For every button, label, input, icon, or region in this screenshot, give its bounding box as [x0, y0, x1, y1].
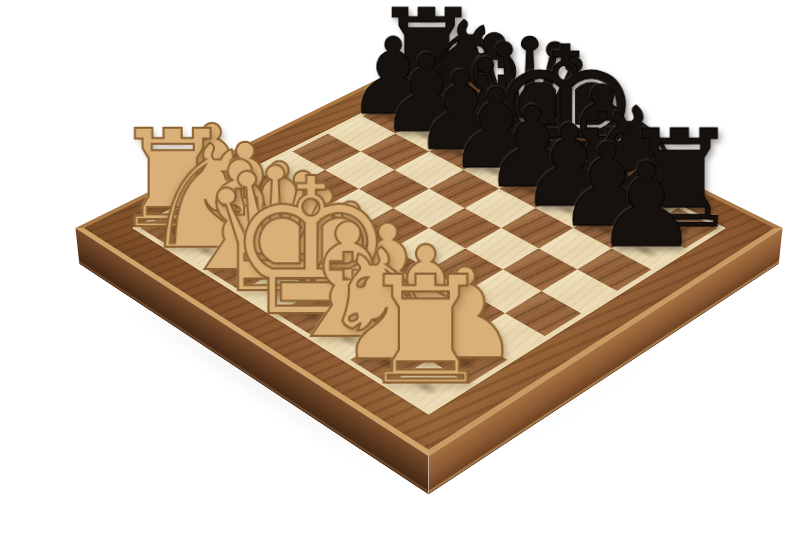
board-frame: ♜♞♝♛♚♝♞♜♟♟♟♟♟♟♟♟♟♟♟♟♟♟♟♟♜♞♝♛♚♝♞♜ — [75, 54, 782, 456]
chess-set-photo: ♜♞♝♛♚♝♞♜♟♟♟♟♟♟♟♟♟♟♟♟♟♟♟♟♜♞♝♛♚♝♞♜ — [0, 0, 800, 533]
chess-piece-glyph: ♟ — [594, 148, 698, 264]
chess-piece-glyph: ♜ — [359, 257, 492, 406]
chess-board: ♜♞♝♛♚♝♞♜♟♟♟♟♟♟♟♟♟♟♟♟♟♟♟♟♜♞♝♛♚♝♞♜ — [75, 54, 782, 456]
square-h1[interactable]: ♜ — [389, 360, 469, 409]
scene-3d: ♜♞♝♛♚♝♞♜♟♟♟♟♟♟♟♟♟♟♟♟♟♟♟♟♜♞♝♛♚♝♞♜ — [0, 0, 800, 533]
piece-black-pawn[interactable]: ♟ — [544, 148, 748, 264]
piece-white-rook[interactable]: ♜ — [315, 257, 537, 406]
